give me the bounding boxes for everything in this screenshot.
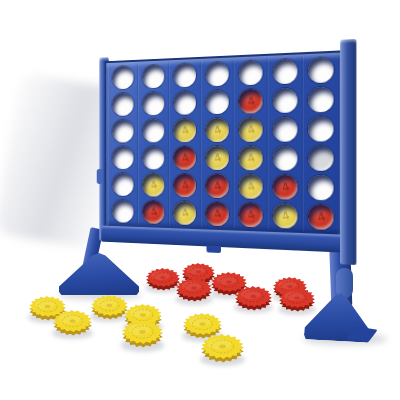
hole <box>112 119 133 142</box>
hole <box>112 146 133 169</box>
piece-mark: 4 <box>246 123 256 137</box>
hole: 4 <box>174 174 197 198</box>
piece-yellow[interactable]: 4 <box>206 118 229 142</box>
piece-mark: 4 <box>180 151 189 164</box>
cell-r2c2[interactable] <box>138 90 169 118</box>
piece-red[interactable]: 4 <box>239 202 263 227</box>
scene: 444444444444444444 <box>0 0 400 400</box>
cell-r4c1[interactable] <box>108 144 138 171</box>
piece-mark: 4 <box>212 179 222 192</box>
hole <box>308 116 334 141</box>
piece-red[interactable]: 4 <box>174 146 197 170</box>
cell-r4c7[interactable] <box>303 144 339 174</box>
cell-r4c5[interactable]: 4 <box>234 144 268 173</box>
cell-r1c1[interactable] <box>108 64 138 92</box>
piece-yellow[interactable]: 4 <box>174 201 197 225</box>
hole <box>112 66 133 90</box>
cell-r4c6[interactable] <box>268 144 303 173</box>
piece-mark: 4 <box>180 124 189 137</box>
cell-r5c4[interactable]: 4 <box>201 172 234 200</box>
hole: 4 <box>239 89 263 114</box>
hole: 4 <box>239 174 263 199</box>
cell-r2c4[interactable] <box>201 88 234 117</box>
piece-red[interactable]: 4 <box>308 204 334 230</box>
hole <box>174 63 197 87</box>
loose-disc-yellow-14[interactable] <box>197 330 248 367</box>
hole: 4 <box>308 204 334 230</box>
hole: 4 <box>239 117 263 142</box>
hole <box>273 146 298 171</box>
piece-mark: 4 <box>212 151 222 164</box>
hole <box>112 199 133 223</box>
cell-r1c6[interactable] <box>268 56 303 86</box>
cell-r2c6[interactable] <box>268 85 303 115</box>
hole: 4 <box>273 203 298 228</box>
hole: 4 <box>273 175 298 200</box>
hole: 4 <box>174 118 197 142</box>
cell-r3c2[interactable] <box>138 117 169 144</box>
piece-mark: 4 <box>149 206 158 219</box>
hole <box>273 59 298 85</box>
piece-mark: 4 <box>212 207 222 220</box>
piece-yellow[interactable]: 4 <box>206 146 229 170</box>
piece-mark: 4 <box>212 123 222 136</box>
loose-disc-red-6[interactable] <box>231 282 276 315</box>
piece-yellow[interactable]: 4 <box>239 117 263 142</box>
hole: 4 <box>142 173 164 197</box>
piece-mark: 4 <box>280 180 290 194</box>
piece-red[interactable]: 4 <box>206 202 229 227</box>
right-leg-hinge <box>336 268 353 298</box>
hole <box>112 173 133 196</box>
hole: 4 <box>206 118 229 142</box>
cell-r6c5[interactable]: 4 <box>234 200 268 229</box>
hole: 4 <box>174 201 197 225</box>
cell-r1c7[interactable] <box>303 55 339 86</box>
cell-r5c7[interactable] <box>303 173 339 203</box>
piece-red[interactable]: 4 <box>174 174 197 198</box>
hole <box>308 146 334 171</box>
cell-r6c6[interactable]: 4 <box>268 201 303 231</box>
cell-r2c1[interactable] <box>108 91 138 118</box>
cell-r3c7[interactable] <box>303 114 339 144</box>
hole <box>142 119 164 142</box>
cell-r4c2[interactable] <box>138 144 169 171</box>
piece-mark: 4 <box>246 208 256 222</box>
board-grid: 444444444444444444 <box>106 53 341 235</box>
loose-disc-red-5[interactable] <box>172 274 216 306</box>
board: 444444444444444444 <box>99 39 356 265</box>
piece-red[interactable]: 4 <box>142 200 164 224</box>
piece-mark: 4 <box>246 151 256 165</box>
piece-yellow[interactable]: 4 <box>142 173 164 197</box>
hole <box>239 60 263 85</box>
cell-r1c4[interactable] <box>201 59 234 88</box>
hole <box>273 117 298 142</box>
cell-r3c6[interactable] <box>268 115 303 144</box>
piece-yellow[interactable]: 4 <box>273 203 298 228</box>
cell-r3c4[interactable]: 4 <box>201 116 234 144</box>
cell-r3c1[interactable] <box>108 117 138 144</box>
cell-r1c5[interactable] <box>234 58 268 88</box>
cell-r5c1[interactable] <box>108 171 138 198</box>
piece-mark: 4 <box>149 178 158 191</box>
cell-r5c2[interactable]: 4 <box>138 171 169 199</box>
loose-disc-yellow-13[interactable] <box>118 316 167 352</box>
piece-mark: 4 <box>246 180 256 194</box>
cell-r6c1[interactable] <box>108 197 138 225</box>
cell-r6c3[interactable]: 4 <box>169 199 201 227</box>
piece-mark: 4 <box>315 210 326 224</box>
cell-r6c2[interactable]: 4 <box>138 198 169 226</box>
piece-red[interactable]: 4 <box>206 174 229 198</box>
piece-red[interactable]: 4 <box>273 175 298 200</box>
hole <box>308 87 334 113</box>
hole <box>308 57 334 83</box>
hole: 4 <box>206 174 229 198</box>
cell-r2c5[interactable]: 4 <box>234 87 268 116</box>
cell-r6c4[interactable]: 4 <box>201 200 234 229</box>
hole <box>112 93 133 116</box>
cell-r5c5[interactable]: 4 <box>234 172 268 201</box>
hole <box>206 62 229 87</box>
cell-r3c3[interactable]: 4 <box>169 116 201 144</box>
piece-mark: 4 <box>246 94 256 108</box>
piece-yellow[interactable]: 4 <box>239 146 263 170</box>
hole <box>142 64 164 88</box>
cell-r1c2[interactable] <box>138 62 169 90</box>
cell-r1c3[interactable] <box>169 61 201 90</box>
hole: 4 <box>239 146 263 170</box>
loose-disc-yellow-11[interactable] <box>49 306 96 340</box>
board-rail-tab <box>207 245 221 253</box>
hole <box>308 175 334 201</box>
piece-yellow[interactable]: 4 <box>239 174 263 199</box>
cell-r5c6[interactable]: 4 <box>268 172 303 201</box>
piece-mark: 4 <box>280 209 290 223</box>
board-right-post <box>340 39 356 265</box>
piece-mark: 4 <box>180 206 189 219</box>
hole <box>206 90 229 115</box>
piece-yellow[interactable]: 4 <box>174 118 197 142</box>
hole <box>273 88 298 113</box>
hole: 4 <box>142 200 164 224</box>
cell-r3c5[interactable]: 4 <box>234 115 268 144</box>
cell-r4c4[interactable]: 4 <box>201 144 234 172</box>
left-leg-foot <box>59 253 139 295</box>
hole <box>142 146 164 169</box>
hole <box>174 91 197 115</box>
cell-r2c3[interactable] <box>169 89 201 117</box>
hole: 4 <box>206 202 229 227</box>
hole: 4 <box>239 202 263 227</box>
cell-r4c3[interactable]: 4 <box>169 144 201 172</box>
hole: 4 <box>174 146 197 170</box>
piece-red[interactable]: 4 <box>239 89 263 114</box>
cell-r2c7[interactable] <box>303 84 339 114</box>
loose-disc-red-7[interactable] <box>275 284 319 316</box>
cell-r5c3[interactable]: 4 <box>169 172 201 200</box>
left-hinge-knob <box>97 169 103 184</box>
piece-mark: 4 <box>180 179 189 192</box>
hole: 4 <box>206 146 229 170</box>
hole <box>142 92 164 116</box>
cell-r6c7[interactable]: 4 <box>303 202 339 232</box>
